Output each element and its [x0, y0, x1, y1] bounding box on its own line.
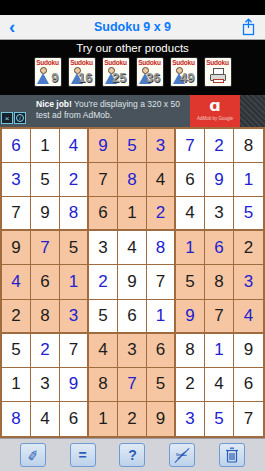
- cell-r4c6[interactable]: 8: [147, 231, 176, 265]
- cell-r1c2[interactable]: 1: [31, 129, 60, 163]
- cell-r8c1[interactable]: 1: [2, 368, 31, 402]
- cell-r8c6[interactable]: 5: [147, 368, 176, 402]
- product-tile-25[interactable]: Sudoku25: [102, 57, 130, 87]
- cell-r2c1[interactable]: 3: [2, 163, 31, 197]
- cell-r9c4[interactable]: 1: [89, 402, 118, 436]
- ad-info-button[interactable]: i: [14, 112, 26, 124]
- cell-r1c5[interactable]: 5: [118, 129, 147, 163]
- cell-r9c5[interactable]: 2: [118, 402, 147, 436]
- product-tile-number: 49: [180, 70, 194, 85]
- cell-r9c6[interactable]: 9: [147, 402, 176, 436]
- cell-r9c9[interactable]: 7: [234, 402, 263, 436]
- product-tile-print[interactable]: Sudoku: [204, 57, 232, 87]
- cell-r4c8[interactable]: 6: [205, 231, 234, 265]
- cell-r3c8[interactable]: 3: [205, 197, 234, 231]
- cell-r1c8[interactable]: 2: [205, 129, 234, 163]
- share-icon: [241, 18, 256, 37]
- product-tile-label: Sudoku: [103, 59, 129, 66]
- equals-icon: =: [79, 447, 87, 463]
- ad-close-button[interactable]: ×: [1, 112, 13, 124]
- product-tile-number: 36: [146, 70, 160, 85]
- product-tile-label: Sudoku: [205, 59, 231, 66]
- cell-r8c8[interactable]: 4: [205, 368, 234, 402]
- cell-r5c1[interactable]: 4: [2, 265, 31, 299]
- page-title: Sudoku 9 x 9: [0, 20, 265, 34]
- cell-r4c4[interactable]: 3: [89, 231, 118, 265]
- cell-r6c2[interactable]: 8: [31, 300, 60, 334]
- cell-r6c7[interactable]: 9: [176, 300, 205, 334]
- cell-r3c5[interactable]: 1: [118, 197, 147, 231]
- admob-logo: ɑ AdMob by Google: [190, 95, 240, 127]
- promo-heading: Try our other products: [0, 40, 265, 54]
- close-icon: ×: [5, 113, 10, 124]
- cell-r5c6[interactable]: 7: [147, 265, 176, 299]
- cell-r4c9[interactable]: 2: [234, 231, 263, 265]
- cell-r2c6[interactable]: 4: [147, 163, 176, 197]
- ad-side-strip: [240, 95, 265, 127]
- cell-r6c6[interactable]: 1: [147, 300, 176, 334]
- cell-r8c2[interactable]: 3: [31, 368, 60, 402]
- cell-r7c4[interactable]: 4: [89, 334, 118, 368]
- cell-r2c5[interactable]: 8: [118, 163, 147, 197]
- product-tile-9[interactable]: Sudoku9: [34, 57, 62, 87]
- cell-r4c2[interactable]: 7: [31, 231, 60, 265]
- scissors-button[interactable]: ✂: [169, 443, 195, 467]
- status-bar: [0, 0, 265, 15]
- cell-r3c3[interactable]: 8: [60, 197, 89, 231]
- equals-button[interactable]: =: [70, 443, 96, 467]
- product-tile-number: 9: [51, 70, 58, 85]
- cell-r5c2[interactable]: 6: [31, 265, 60, 299]
- cell-r5c7[interactable]: 5: [176, 265, 205, 299]
- cell-r1c1[interactable]: 6: [2, 129, 31, 163]
- cell-r4c3[interactable]: 5: [60, 231, 89, 265]
- cell-r2c2[interactable]: 5: [31, 163, 60, 197]
- ad-text-highlight: Nice job!: [36, 99, 72, 109]
- cell-r6c9[interactable]: 4: [234, 300, 263, 334]
- admob-logo-caption: AdMob by Google: [190, 116, 240, 121]
- trash-icon: [225, 447, 239, 463]
- cell-r4c7[interactable]: 1: [176, 231, 205, 265]
- cell-r7c3[interactable]: 7: [60, 334, 89, 368]
- cell-r7c1[interactable]: 5: [2, 334, 31, 368]
- cell-r1c4[interactable]: 9: [89, 129, 118, 163]
- ad-controls: × i: [1, 112, 26, 124]
- product-tile-label: Sudoku: [171, 59, 197, 66]
- cell-r3c2[interactable]: 9: [31, 197, 60, 231]
- product-tile-36[interactable]: Sudoku36: [136, 57, 164, 87]
- cell-r2c9[interactable]: 1: [234, 163, 263, 197]
- pencil-button[interactable]: ✎: [20, 443, 46, 467]
- info-icon: i: [16, 114, 24, 122]
- cell-r7c6[interactable]: 6: [147, 334, 176, 368]
- share-button[interactable]: [241, 18, 256, 41]
- cell-r5c5[interactable]: 9: [118, 265, 147, 299]
- cell-r8c4[interactable]: 8: [89, 368, 118, 402]
- cell-r8c9[interactable]: 6: [234, 368, 263, 402]
- cell-r1c7[interactable]: 7: [176, 129, 205, 163]
- cell-r4c1[interactable]: 9: [2, 231, 31, 265]
- cell-r6c3[interactable]: 3: [60, 300, 89, 334]
- cell-r9c8[interactable]: 5: [205, 402, 234, 436]
- product-tile-number: 25: [112, 70, 126, 85]
- trash-button[interactable]: [219, 443, 245, 467]
- product-tile-label: Sudoku: [137, 59, 163, 66]
- cell-r5c8[interactable]: 8: [205, 265, 234, 299]
- cell-r2c3[interactable]: 2: [60, 163, 89, 197]
- cell-r9c1[interactable]: 8: [2, 402, 31, 436]
- pencil-icon: ✎: [26, 446, 40, 464]
- cell-r6c5[interactable]: 6: [118, 300, 147, 334]
- ad-banner[interactable]: Nice job! You're displaying a 320 x 50 t…: [0, 95, 265, 127]
- cell-r2c7[interactable]: 6: [176, 163, 205, 197]
- cell-r3c9[interactable]: 5: [234, 197, 263, 231]
- sudoku-board: 6149537283527846917986124359753481624612…: [0, 127, 265, 438]
- cell-r1c6[interactable]: 3: [147, 129, 176, 163]
- cell-r3c1[interactable]: 7: [2, 197, 31, 231]
- back-button[interactable]: ‹: [9, 17, 15, 37]
- cell-r6c1[interactable]: 2: [2, 300, 31, 334]
- cell-r7c7[interactable]: 8: [176, 334, 205, 368]
- cell-r7c9[interactable]: 9: [234, 334, 263, 368]
- admob-logo-letter: ɑ: [190, 95, 240, 116]
- ad-text: Nice job! You're displaying a 320 x 50 t…: [36, 99, 188, 121]
- cell-r4c5[interactable]: 4: [118, 231, 147, 265]
- cell-r8c7[interactable]: 2: [176, 368, 205, 402]
- cell-r6c8[interactable]: 7: [205, 300, 234, 334]
- product-tray: Sudoku9Sudoku16Sudoku25Sudoku36Sudoku49S…: [0, 57, 265, 87]
- bottom-toolbar: ✎ = ? ✂: [0, 438, 265, 471]
- help-button[interactable]: ?: [119, 443, 145, 467]
- nav-bar: ‹ Sudoku 9 x 9: [0, 15, 265, 40]
- product-tile-label: Sudoku: [35, 59, 61, 66]
- cell-r6c4[interactable]: 5: [89, 300, 118, 334]
- promo-banner: Try our other products Sudoku9Sudoku16Su…: [0, 40, 265, 95]
- cell-r2c4[interactable]: 7: [89, 163, 118, 197]
- product-tile-16[interactable]: Sudoku16: [68, 57, 96, 87]
- product-tile-49[interactable]: Sudoku49: [170, 57, 198, 87]
- cell-r1c9[interactable]: 8: [234, 129, 263, 163]
- cell-r9c2[interactable]: 4: [31, 402, 60, 436]
- cell-r9c3[interactable]: 6: [60, 402, 89, 436]
- cell-r7c2[interactable]: 2: [31, 334, 60, 368]
- cell-r5c9[interactable]: 3: [234, 265, 263, 299]
- cell-r5c4[interactable]: 2: [89, 265, 118, 299]
- wizard-icon: [37, 67, 50, 84]
- cell-r2c8[interactable]: 9: [205, 163, 234, 197]
- cell-r9c7[interactable]: 3: [176, 402, 205, 436]
- cell-r3c4[interactable]: 6: [89, 197, 118, 231]
- question-icon: ?: [128, 447, 137, 463]
- cell-r3c6[interactable]: 2: [147, 197, 176, 231]
- cell-r5c3[interactable]: 1: [60, 265, 89, 299]
- cell-r8c5[interactable]: 7: [118, 368, 147, 402]
- cell-r3c7[interactable]: 4: [176, 197, 205, 231]
- cell-r1c3[interactable]: 4: [60, 129, 89, 163]
- cell-r7c8[interactable]: 1: [205, 334, 234, 368]
- cell-r8c3[interactable]: 9: [60, 368, 89, 402]
- printer-icon: [210, 68, 227, 83]
- cell-r7c5[interactable]: 3: [118, 334, 147, 368]
- product-tile-number: 16: [78, 70, 92, 85]
- product-tile-label: Sudoku: [69, 59, 95, 66]
